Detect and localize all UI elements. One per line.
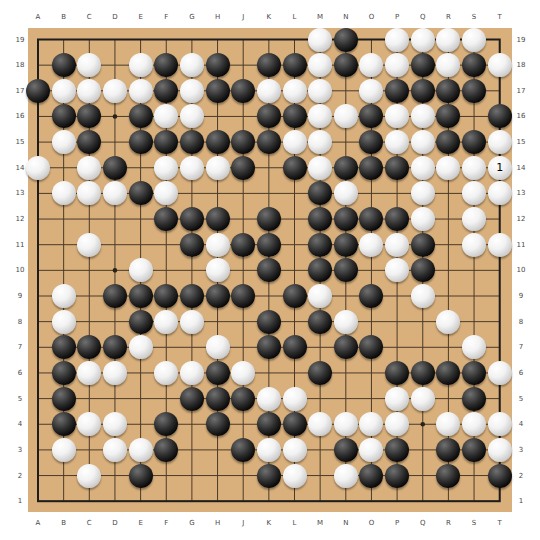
coord-label-left: 12 [12,214,28,224]
stone-black [257,207,281,231]
stone-white [103,361,127,385]
star-point [420,422,425,427]
stone-black [231,387,255,411]
stone-white [206,156,230,180]
stone-black [129,310,153,334]
stone-black [462,79,486,103]
stone-white [334,310,358,334]
stone-white [488,53,512,77]
stone-white [52,310,76,334]
coord-label-right: 11 [513,240,529,250]
stone-white [77,464,101,488]
coord-label-right: 15 [513,137,529,147]
stone-black [334,258,358,282]
stone-black [308,207,332,231]
coord-label-left: 19 [12,35,28,45]
coord-label-right: 17 [513,86,529,96]
coord-label-left: 3 [12,445,28,455]
stone-white [411,284,435,308]
coord-label-right: 3 [513,445,529,455]
stone-black [334,156,358,180]
stone-white [462,233,486,257]
coord-label-left: 11 [12,240,28,250]
coord-label-bottom: N [338,518,354,528]
stone-black [462,130,486,154]
stone-white [488,412,512,436]
coord-label-top: L [287,12,303,22]
stone-black [52,387,76,411]
stone-white [257,438,281,462]
coord-label-bottom: S [466,518,482,528]
stone-black [180,130,204,154]
stone-black [334,28,358,52]
stone-white [180,310,204,334]
stone-white [488,181,512,205]
coord-label-top: D [107,12,123,22]
stone-white [180,53,204,77]
stone-black [411,258,435,282]
coord-label-bottom: M [312,518,328,528]
coord-label-right: 16 [513,111,529,121]
stone-white [411,130,435,154]
star-point [113,268,118,273]
coord-label-top: K [261,12,277,22]
stone-white [257,79,281,103]
stone-white [385,28,409,52]
stone-white: 1 [488,156,512,180]
coord-label-right: 12 [513,214,529,224]
coord-label-top: G [184,12,200,22]
stone-black [129,284,153,308]
stone-white [180,361,204,385]
stone-white [77,156,101,180]
coord-label-bottom: F [158,518,174,528]
stone-black [231,284,255,308]
stone-white [488,438,512,462]
stone-white [52,284,76,308]
stone-white [488,130,512,154]
coord-label-top: R [440,12,456,22]
go-board-app: 1 AABBCCDDEEFFGGHHJJKKLLMMNNOOPPQQRRSSTT… [0,0,540,540]
stone-white [154,156,178,180]
coord-label-top: T [492,12,508,22]
stone-black [462,387,486,411]
coord-label-bottom: K [261,518,277,528]
stone-white [411,207,435,231]
coord-label-top: B [56,12,72,22]
stone-white [283,438,307,462]
stone-black [488,464,512,488]
coord-label-right: 10 [513,265,529,275]
stone-white [462,207,486,231]
stone-black [129,464,153,488]
coord-label-bottom: A [30,518,46,528]
stone-white [129,53,153,77]
move-number-label: 1 [488,156,512,180]
coord-label-top: J [235,12,251,22]
coord-label-bottom: P [389,518,405,528]
coord-label-top: C [81,12,97,22]
coord-label-bottom: E [133,518,149,528]
coord-label-top: F [158,12,174,22]
stone-black [206,207,230,231]
coord-label-left: 4 [12,419,28,429]
stone-black [180,207,204,231]
stone-black [129,104,153,128]
stone-white [462,156,486,180]
coord-label-bottom: C [81,518,97,528]
coord-label-right: 9 [513,291,529,301]
stone-black [334,233,358,257]
coord-label-top: H [210,12,226,22]
stone-white [103,79,127,103]
stone-white [334,464,358,488]
stone-black [52,53,76,77]
stone-black [206,130,230,154]
stone-white [129,335,153,359]
stone-white [283,387,307,411]
stone-black [129,181,153,205]
stone-black [206,284,230,308]
stone-black [411,53,435,77]
stone-white [283,464,307,488]
stone-black [103,284,127,308]
coord-label-bottom: Q [415,518,431,528]
coord-label-left: 14 [12,163,28,173]
stone-white [283,130,307,154]
stone-black [231,233,255,257]
stone-black [334,438,358,462]
stone-white [26,156,50,180]
stone-white [129,438,153,462]
coord-label-left: 8 [12,317,28,327]
stone-white [308,79,332,103]
stone-black [359,464,383,488]
stone-black [257,130,281,154]
stone-black [411,361,435,385]
stone-black [308,233,332,257]
stone-white [231,361,255,385]
stone-white [180,79,204,103]
stone-white [206,258,230,282]
stone-black [385,207,409,231]
stone-black [385,438,409,462]
stone-black [206,412,230,436]
coord-label-left: 5 [12,394,28,404]
coord-label-left: 10 [12,265,28,275]
coord-label-bottom: D [107,518,123,528]
stone-white [411,387,435,411]
stone-black [206,53,230,77]
stone-black [411,233,435,257]
coord-label-right: 6 [513,368,529,378]
stone-white [308,284,332,308]
stone-black [283,104,307,128]
coord-label-left: 17 [12,86,28,96]
stone-white [257,387,281,411]
coord-label-left: 1 [12,496,28,506]
coord-label-bottom: H [210,518,226,528]
coord-label-right: 14 [513,163,529,173]
stone-white [436,156,460,180]
stone-black [231,79,255,103]
stone-white [206,233,230,257]
stone-black [180,284,204,308]
stone-black [385,79,409,103]
stone-black [52,104,76,128]
stone-white [308,156,332,180]
coord-label-right: 7 [513,342,529,352]
stone-black [154,438,178,462]
coord-label-right: 8 [513,317,529,327]
stone-black [206,79,230,103]
stone-black [52,361,76,385]
stone-black [283,335,307,359]
stone-black [334,207,358,231]
coord-label-top: N [338,12,354,22]
stone-white [488,361,512,385]
stone-black [257,412,281,436]
coord-label-bottom: G [184,518,200,528]
stone-black [257,310,281,334]
coord-label-left: 7 [12,342,28,352]
stone-white [103,438,127,462]
stone-black [180,387,204,411]
stone-white [154,310,178,334]
coord-label-right: 18 [513,60,529,70]
coord-label-right: 1 [513,496,529,506]
stone-white [52,130,76,154]
coord-label-top: P [389,12,405,22]
stone-black [129,130,153,154]
stone-black [257,233,281,257]
stone-white [385,233,409,257]
stone-black [308,310,332,334]
coord-label-bottom: B [56,518,72,528]
stone-black [283,284,307,308]
stone-white [436,310,460,334]
stone-black [462,438,486,462]
stone-white [52,79,76,103]
stone-white [411,28,435,52]
stone-black [436,464,460,488]
stone-white [436,28,460,52]
coord-label-top: S [466,12,482,22]
stone-black [462,53,486,77]
stone-black [52,412,76,436]
stone-black [206,361,230,385]
stone-white [52,438,76,462]
stone-black [385,361,409,385]
stone-black [103,156,127,180]
coord-label-right: 4 [513,419,529,429]
star-point [113,114,118,119]
stone-black [283,156,307,180]
stone-black [334,335,358,359]
stone-white [462,28,486,52]
stone-black [257,53,281,77]
coord-label-left: 9 [12,291,28,301]
stone-black [231,438,255,462]
stone-white [488,233,512,257]
coord-label-right: 19 [513,35,529,45]
stone-white [77,79,101,103]
stone-black [154,79,178,103]
stone-white [129,79,153,103]
coord-label-right: 13 [513,188,529,198]
stone-white [359,233,383,257]
stone-white [411,181,435,205]
stone-white [308,28,332,52]
stone-black [26,79,50,103]
coord-label-top: A [30,12,46,22]
stone-black [231,156,255,180]
stone-black [385,464,409,488]
stone-white [129,258,153,282]
coord-label-left: 15 [12,137,28,147]
coord-label-bottom: L [287,518,303,528]
coord-label-left: 6 [12,368,28,378]
stone-white [52,181,76,205]
stone-white [411,156,435,180]
stone-black [257,464,281,488]
stone-black [180,233,204,257]
coord-label-right: 5 [513,394,529,404]
coord-label-top: O [363,12,379,22]
coord-label-top: E [133,12,149,22]
stone-white [283,79,307,103]
stone-white [334,412,358,436]
stone-black [308,361,332,385]
coord-label-bottom: O [363,518,379,528]
stone-white [180,156,204,180]
coord-label-top: M [312,12,328,22]
stone-black [488,104,512,128]
stone-black [283,412,307,436]
stone-black [257,335,281,359]
coord-label-top: Q [415,12,431,22]
coord-label-bottom: R [440,518,456,528]
coord-label-left: 18 [12,60,28,70]
coord-label-bottom: T [492,518,508,528]
coord-label-left: 2 [12,471,28,481]
stone-black [206,387,230,411]
stone-black [283,53,307,77]
stone-white [385,387,409,411]
coord-label-bottom: J [235,518,251,528]
stone-black [334,53,358,77]
stone-black [462,361,486,385]
stone-black [52,335,76,359]
stone-white [77,233,101,257]
stone-black [411,79,435,103]
stone-black [385,156,409,180]
coord-label-left: 16 [12,111,28,121]
coord-label-right: 2 [513,471,529,481]
coord-label-left: 13 [12,188,28,198]
stone-white [385,130,409,154]
stone-white [206,335,230,359]
